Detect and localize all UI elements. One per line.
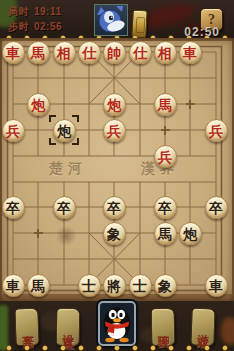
- chat-button[interactable]: 聊天: [151, 308, 176, 346]
- leave-button[interactable]: 离开: [14, 308, 39, 347]
- piece-black-king[interactable]: 將: [103, 274, 126, 297]
- piece-black-advisor[interactable]: 士: [129, 274, 152, 297]
- bottom-bar: 离开 设置 聊天 游戏: [0, 301, 234, 351]
- bracket-corner: [49, 115, 56, 122]
- piece-black-advisor[interactable]: 士: [78, 274, 101, 297]
- game-button-label: 游戏: [194, 325, 211, 330]
- piece-red-rook[interactable]: 車: [179, 41, 202, 64]
- piece-red-cannon[interactable]: 炮: [103, 93, 126, 116]
- settings-button-label: 设置: [59, 325, 76, 329]
- last-move-selection-brackets: [49, 115, 79, 145]
- piece-black-elephant[interactable]: 象: [154, 274, 177, 297]
- piece-black-pawn[interactable]: 卒: [53, 196, 76, 219]
- game-time-value: 19:11: [34, 6, 62, 17]
- piece-black-elephant[interactable]: 象: [103, 222, 126, 245]
- piece-red-horse[interactable]: 馬: [27, 41, 50, 64]
- piece-red-pawn[interactable]: 兵: [154, 145, 177, 168]
- piece-black-horse[interactable]: 馬: [27, 274, 50, 297]
- board-shadow-smudge: [55, 226, 77, 246]
- river-label-left: 楚河: [49, 160, 87, 178]
- piece-red-king[interactable]: 帥: [103, 41, 126, 64]
- piece-black-cannon[interactable]: 炮: [179, 222, 202, 245]
- piece-black-rook[interactable]: 車: [2, 274, 25, 297]
- game-time-label: 局时: [8, 6, 29, 17]
- bracket-corner: [72, 138, 79, 145]
- timer-panel: 局时19:11 步时02:56: [8, 4, 62, 34]
- piece-black-pawn[interactable]: 卒: [103, 196, 126, 219]
- piece-black-pawn[interactable]: 卒: [2, 196, 25, 219]
- move-time-label: 步时: [8, 21, 29, 32]
- player-avatar[interactable]: [94, 4, 128, 36]
- piece-red-advisor[interactable]: 仕: [78, 41, 101, 64]
- bracket-corner: [49, 138, 56, 145]
- board-grid: [0, 40, 234, 300]
- piece-red-pawn[interactable]: 兵: [2, 119, 25, 142]
- game-time-row: 局时19:11: [8, 4, 62, 19]
- qq-logo-button[interactable]: [98, 301, 136, 346]
- piece-black-pawn[interactable]: 卒: [154, 196, 177, 219]
- point-marker: [186, 100, 195, 109]
- piece-red-advisor[interactable]: 仕: [129, 41, 152, 64]
- settings-button[interactable]: 设置: [56, 308, 81, 346]
- move-time-row: 步时02:56: [8, 19, 62, 34]
- leave-button-label: 离开: [18, 325, 35, 330]
- stud-strip-bottom: [0, 345, 234, 351]
- leaf-decor: [221, 317, 234, 345]
- piece-black-pawn[interactable]: 卒: [205, 196, 228, 219]
- piece-black-rook[interactable]: 車: [205, 274, 228, 297]
- qq-penguin-icon: [101, 304, 133, 343]
- piece-red-pawn[interactable]: 兵: [103, 119, 126, 142]
- game-button[interactable]: 游戏: [190, 308, 215, 347]
- point-marker: [161, 126, 170, 135]
- piece-red-pawn[interactable]: 兵: [205, 119, 228, 142]
- app-screen: 局时19:11 步时02:56 ? 02:50 楚河 漢界 車馬相仕帥仕相車炮: [0, 0, 234, 351]
- top-bar: 局时19:11 步时02:56 ? 02:50: [0, 0, 234, 40]
- piece-red-horse[interactable]: 馬: [154, 93, 177, 116]
- piece-black-horse[interactable]: 馬: [154, 222, 177, 245]
- piece-red-rook[interactable]: 車: [2, 41, 25, 64]
- bracket-corner: [72, 115, 79, 122]
- chat-button-label: 聊天: [154, 325, 171, 329]
- point-marker: [34, 229, 43, 238]
- fox-avatar-icon: [95, 5, 127, 35]
- move-time-value: 02:56: [34, 21, 62, 32]
- piece-red-cannon[interactable]: 炮: [27, 93, 50, 116]
- piece-red-elephant[interactable]: 相: [53, 41, 76, 64]
- piece-red-elephant[interactable]: 相: [154, 41, 177, 64]
